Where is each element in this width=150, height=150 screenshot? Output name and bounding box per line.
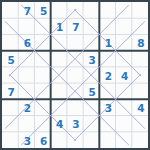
cell-r6c5[interactable] [83,99,99,115]
given-digit: 7 [72,22,79,33]
given-digit: 4 [56,119,63,130]
cell-r7c0[interactable] [2,116,18,132]
cell-r8c0[interactable] [2,132,18,148]
cell-r3c8[interactable] [132,51,148,67]
cell-r0c2[interactable]: 5 [34,2,50,18]
cell-r2c0[interactable] [2,34,18,50]
sudoku-board: 75176185324752344336 [0,0,150,150]
sudoku-cells: 75176185324752344336 [2,2,148,148]
cell-r6c1[interactable]: 2 [18,99,34,115]
cell-r1c1[interactable] [18,18,34,34]
given-digit: 3 [89,54,96,65]
cell-r2c7[interactable] [116,34,132,50]
cell-r2c4[interactable] [67,34,83,50]
cell-r5c1[interactable] [18,83,34,99]
cell-r7c2[interactable] [34,116,50,132]
given-digit: 5 [7,54,14,65]
cell-r3c2[interactable] [34,51,50,67]
cell-r8c4[interactable] [67,132,83,148]
cell-r0c5[interactable] [83,2,99,18]
cell-r6c7[interactable] [116,99,132,115]
cell-r2c3[interactable] [51,34,67,50]
cell-r0c0[interactable] [2,2,18,18]
cell-r6c0[interactable] [2,99,18,115]
cell-r4c6[interactable]: 2 [99,67,115,83]
given-digit: 1 [56,22,63,33]
cell-r6c4[interactable] [67,99,83,115]
cell-r7c3[interactable]: 4 [51,116,67,132]
cell-r4c2[interactable] [34,67,50,83]
cell-r2c2[interactable] [34,34,50,50]
cell-r4c7[interactable]: 4 [116,67,132,83]
cell-r7c1[interactable] [18,116,34,132]
cell-r3c4[interactable] [67,51,83,67]
cell-r0c8[interactable] [132,2,148,18]
cell-r5c7[interactable] [116,83,132,99]
cell-r5c6[interactable] [99,83,115,99]
given-digit: 1 [105,38,112,49]
cell-r0c3[interactable] [51,2,67,18]
given-digit: 8 [137,38,144,49]
cell-r5c2[interactable] [34,83,50,99]
cell-r5c0[interactable]: 7 [2,83,18,99]
cell-r7c6[interactable] [99,116,115,132]
cell-r1c4[interactable]: 7 [67,18,83,34]
given-digit: 6 [24,38,31,49]
cell-r4c5[interactable] [83,67,99,83]
cell-r8c1[interactable]: 3 [18,132,34,148]
cell-r4c8[interactable] [132,67,148,83]
cell-r0c1[interactable]: 7 [18,2,34,18]
cell-r1c3[interactable]: 1 [51,18,67,34]
cell-r1c8[interactable] [132,18,148,34]
cell-r3c0[interactable]: 5 [2,51,18,67]
cell-r3c5[interactable]: 3 [83,51,99,67]
cell-r6c8[interactable]: 4 [132,99,148,115]
given-digit: 5 [89,86,96,97]
cell-r4c0[interactable] [2,67,18,83]
cell-r8c3[interactable] [51,132,67,148]
given-digit: 5 [40,5,47,16]
cell-r3c7[interactable] [116,51,132,67]
cell-r2c1[interactable]: 6 [18,34,34,50]
cell-r0c4[interactable] [67,2,83,18]
cell-r8c8[interactable] [132,132,148,148]
cell-r6c2[interactable] [34,99,50,115]
cell-r5c4[interactable] [67,83,83,99]
given-digit: 2 [24,103,31,114]
cell-r7c5[interactable] [83,116,99,132]
cell-r3c3[interactable] [51,51,67,67]
cell-r2c5[interactable] [83,34,99,50]
cell-r8c7[interactable] [116,132,132,148]
given-digit: 3 [105,103,112,114]
given-digit: 2 [105,70,112,81]
cell-r4c3[interactable] [51,67,67,83]
cell-r7c4[interactable]: 3 [67,116,83,132]
given-digit: 7 [7,86,14,97]
cell-r5c8[interactable] [132,83,148,99]
given-digit: 6 [40,135,47,146]
cell-r2c8[interactable]: 8 [132,34,148,50]
cell-r6c3[interactable] [51,99,67,115]
cell-r3c1[interactable] [18,51,34,67]
cell-r1c6[interactable] [99,18,115,34]
cell-r7c7[interactable] [116,116,132,132]
cell-r5c3[interactable] [51,83,67,99]
given-digit: 7 [24,5,31,16]
cell-r8c6[interactable] [99,132,115,148]
cell-r8c5[interactable] [83,132,99,148]
cell-r0c6[interactable] [99,2,115,18]
given-digit: 4 [121,70,128,81]
cell-r6c6[interactable]: 3 [99,99,115,115]
cell-r1c2[interactable] [34,18,50,34]
given-digit: 4 [137,103,144,114]
given-digit: 3 [24,135,31,146]
given-digit: 3 [72,119,79,130]
cell-r2c6[interactable]: 1 [99,34,115,50]
cell-r1c7[interactable] [116,18,132,34]
cell-r4c4[interactable] [67,67,83,83]
cell-r1c5[interactable] [83,18,99,34]
cell-r7c8[interactable] [132,116,148,132]
cell-r4c1[interactable] [18,67,34,83]
cell-r1c0[interactable] [2,18,18,34]
cell-r5c5[interactable]: 5 [83,83,99,99]
cell-r3c6[interactable] [99,51,115,67]
cell-r8c2[interactable]: 6 [34,132,50,148]
cell-r0c7[interactable] [116,2,132,18]
